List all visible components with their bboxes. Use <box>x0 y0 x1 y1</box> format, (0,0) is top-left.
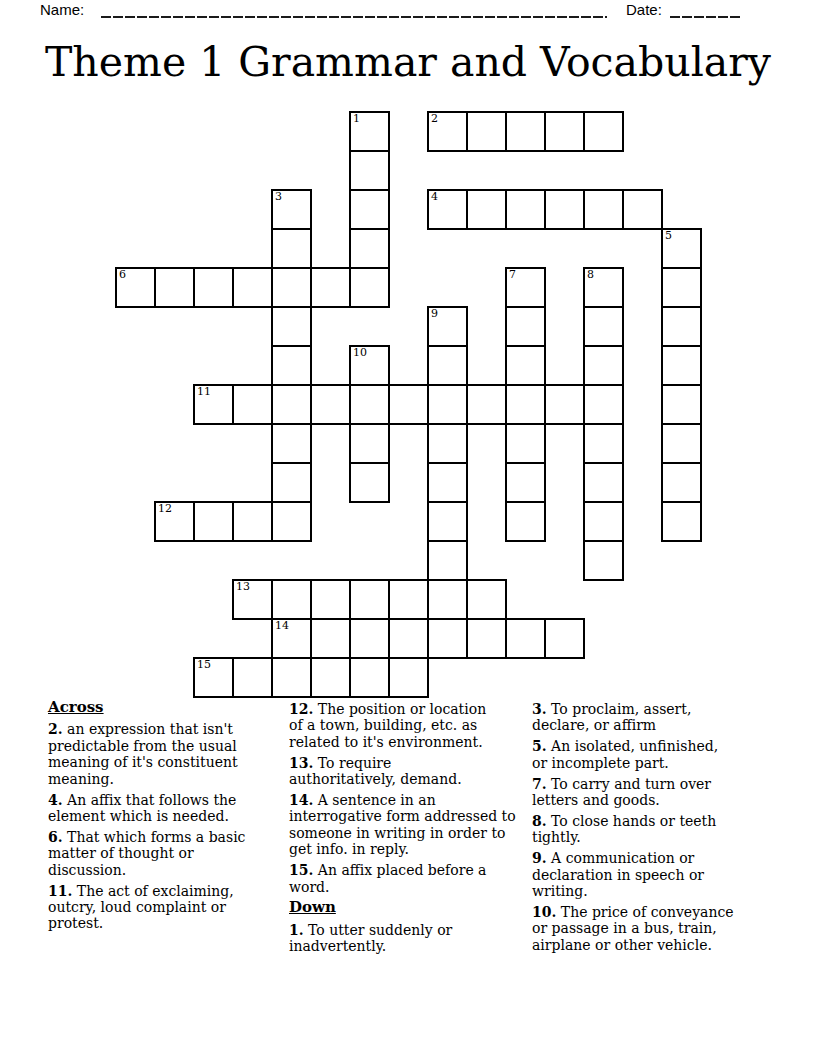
cell-r3-c4[interactable] <box>271 228 312 269</box>
cell-r7-c7[interactable] <box>388 384 429 425</box>
cell-r12-c3[interactable]: 13 <box>232 579 273 620</box>
clue-text: The act of exclaiming, outcry, loud comp… <box>48 883 234 932</box>
cell-r14-c7[interactable] <box>388 657 429 698</box>
clue-7-down: 7. To carry and turn over letters and go… <box>532 776 774 809</box>
cell-r3-c14[interactable]: 5 <box>661 228 702 269</box>
cell-number-6: 6 <box>119 269 126 281</box>
cell-number-13: 13 <box>236 581 250 593</box>
cell-r4-c0[interactable]: 6 <box>115 267 156 308</box>
clue-text: An affix that follows the element which … <box>48 792 236 824</box>
cell-r2-c13[interactable] <box>622 189 663 230</box>
cell-r10-c3[interactable] <box>232 501 273 542</box>
cell-r5-c12[interactable] <box>583 306 624 347</box>
cell-r2-c6[interactable] <box>349 189 390 230</box>
cell-r10-c12[interactable] <box>583 501 624 542</box>
cell-r14-c4[interactable] <box>271 657 312 698</box>
cell-r2-c8[interactable]: 4 <box>427 189 468 230</box>
clue-number: 14. <box>289 792 313 808</box>
cell-r7-c2[interactable]: 11 <box>193 384 234 425</box>
cell-r13-c4[interactable]: 14 <box>271 618 312 659</box>
clue-5-down: 5. An isolated, unfinished, or incomplet… <box>532 738 774 771</box>
cell-r9-c6[interactable] <box>349 462 390 503</box>
clues-column-1: Across2. an expression that isn't predic… <box>48 699 288 936</box>
cell-r12-c7[interactable] <box>388 579 429 620</box>
cell-r10-c10[interactable] <box>505 501 546 542</box>
cell-r0-c8[interactable]: 2 <box>427 111 468 152</box>
cell-r14-c2[interactable]: 15 <box>193 657 234 698</box>
clue-text: To proclaim, assert, declare, or affirm <box>532 701 691 733</box>
cell-r8-c4[interactable] <box>271 423 312 464</box>
clue-15-across: 15. An affix placed before a word. <box>289 862 541 895</box>
cell-r12-c9[interactable] <box>466 579 507 620</box>
cell-r4-c14[interactable] <box>661 267 702 308</box>
cell-r6-c10[interactable] <box>505 345 546 386</box>
cell-r6-c12[interactable] <box>583 345 624 386</box>
cell-r4-c4[interactable] <box>271 267 312 308</box>
cell-r9-c10[interactable] <box>505 462 546 503</box>
clue-text: An isolated, unfinished, or incomplete p… <box>532 738 718 770</box>
across-heading: Across <box>48 699 288 715</box>
cell-r13-c6[interactable] <box>349 618 390 659</box>
clue-number: 4. <box>48 792 63 808</box>
cell-r6-c8[interactable] <box>427 345 468 386</box>
cell-r6-c6[interactable]: 10 <box>349 345 390 386</box>
cell-r5-c4[interactable] <box>271 306 312 347</box>
clues-column-3: 3. To proclaim, assert, declare, or affi… <box>532 701 774 958</box>
clue-text: The position or location of a town, buil… <box>289 701 486 750</box>
cell-r7-c14[interactable] <box>661 384 702 425</box>
cell-r11-c8[interactable] <box>427 540 468 581</box>
clue-12-across: 12. The position or location of a town, … <box>289 701 541 750</box>
cell-r8-c8[interactable] <box>427 423 468 464</box>
clue-text: The price of conveyance or passage in a … <box>532 904 734 953</box>
cell-r10-c1[interactable]: 12 <box>154 501 195 542</box>
clue-number: 13. <box>289 755 313 771</box>
cell-r7-c12[interactable] <box>583 384 624 425</box>
crossword-worksheet: { "game": "crossword", "title": "Theme 1… <box>0 0 816 1056</box>
down-heading: Down <box>289 899 541 915</box>
cell-r6-c14[interactable] <box>661 345 702 386</box>
clue-6-across: 6. That which forms a basic matter of th… <box>48 829 288 878</box>
cell-r13-c7[interactable] <box>388 618 429 659</box>
clue-number: 6. <box>48 829 63 845</box>
crossword-grid: 123456789101112131415 <box>115 111 703 699</box>
cell-r9-c12[interactable] <box>583 462 624 503</box>
cell-r4-c12[interactable]: 8 <box>583 267 624 308</box>
cell-r10-c8[interactable] <box>427 501 468 542</box>
clue-14-across: 14. A sentence in an interrogative form … <box>289 792 541 858</box>
cell-number-9: 9 <box>431 308 438 320</box>
cell-r14-c6[interactable] <box>349 657 390 698</box>
clue-text: To carry and turn over letters and goods… <box>532 776 711 808</box>
cell-r7-c10[interactable] <box>505 384 546 425</box>
clue-number: 7. <box>532 776 547 792</box>
cell-r9-c4[interactable] <box>271 462 312 503</box>
cell-r13-c10[interactable] <box>505 618 546 659</box>
cell-r8-c10[interactable] <box>505 423 546 464</box>
clue-text: To utter suddenly or inadvertently. <box>289 922 452 954</box>
cell-number-1: 1 <box>353 113 360 125</box>
cell-r7-c9[interactable] <box>466 384 507 425</box>
cell-number-3: 3 <box>275 191 282 203</box>
clue-number: 10. <box>532 904 556 920</box>
cell-r12-c4[interactable] <box>271 579 312 620</box>
cell-r13-c9[interactable] <box>466 618 507 659</box>
clue-number: 2. <box>48 721 63 737</box>
clue-11-across: 11. The act of exclaiming, outcry, loud … <box>48 883 288 932</box>
cell-r8-c14[interactable] <box>661 423 702 464</box>
clue-10-down: 10. The price of conveyance or passage i… <box>532 904 774 953</box>
clue-text: A communication or declaration in speech… <box>532 850 704 899</box>
cell-r5-c8[interactable]: 9 <box>427 306 468 347</box>
clue-13-across: 13. To require authoritatively, demand. <box>289 755 541 788</box>
cell-r7-c8[interactable] <box>427 384 468 425</box>
cell-r14-c5[interactable] <box>310 657 351 698</box>
cell-r13-c8[interactable] <box>427 618 468 659</box>
cell-r2-c4[interactable]: 3 <box>271 189 312 230</box>
clue-number: 9. <box>532 850 547 866</box>
clue-3-down: 3. To proclaim, assert, declare, or affi… <box>532 701 774 734</box>
cell-r8-c6[interactable] <box>349 423 390 464</box>
cell-number-4: 4 <box>431 191 438 203</box>
cell-r4-c2[interactable] <box>193 267 234 308</box>
cell-r2-c11[interactable] <box>544 189 585 230</box>
cell-r0-c12[interactable] <box>583 111 624 152</box>
clue-text: That which forms a basic matter of thoug… <box>48 829 245 878</box>
cell-r4-c1[interactable] <box>154 267 195 308</box>
clue-text: To require authoritatively, demand. <box>289 755 462 787</box>
clue-number: 12. <box>289 701 313 717</box>
clue-4-across: 4. An affix that follows the element whi… <box>48 792 288 825</box>
clue-number: 3. <box>532 701 547 717</box>
cell-r0-c11[interactable] <box>544 111 585 152</box>
clue-number: 15. <box>289 862 313 878</box>
cell-r7-c11[interactable] <box>544 384 585 425</box>
clue-number: 11. <box>48 883 72 899</box>
clue-text: To close hands or teeth tightly. <box>532 813 716 845</box>
cell-number-5: 5 <box>665 230 672 242</box>
cell-r4-c6[interactable] <box>349 267 390 308</box>
cell-r12-c8[interactable] <box>427 579 468 620</box>
cell-r4-c3[interactable] <box>232 267 273 308</box>
cell-r7-c5[interactable] <box>310 384 351 425</box>
clue-number: 5. <box>532 738 547 754</box>
cell-r3-c6[interactable] <box>349 228 390 269</box>
cell-r5-c10[interactable] <box>505 306 546 347</box>
clue-text: A sentence in an interrogative form addr… <box>289 792 516 857</box>
cell-number-2: 2 <box>431 113 438 125</box>
cell-number-14: 14 <box>275 620 289 632</box>
cell-r14-c3[interactable] <box>232 657 273 698</box>
cell-r8-c12[interactable] <box>583 423 624 464</box>
clue-8-down: 8. To close hands or teeth tightly. <box>532 813 774 846</box>
clue-number: 8. <box>532 813 547 829</box>
cell-r4-c5[interactable] <box>310 267 351 308</box>
cell-r12-c6[interactable] <box>349 579 390 620</box>
cell-r0-c6[interactable]: 1 <box>349 111 390 152</box>
cell-r7-c3[interactable] <box>232 384 273 425</box>
cell-r11-c12[interactable] <box>583 540 624 581</box>
cell-r10-c2[interactable] <box>193 501 234 542</box>
cell-number-11: 11 <box>197 386 211 398</box>
clue-1-down: 1. To utter suddenly or inadvertently. <box>289 922 541 955</box>
cell-r9-c8[interactable] <box>427 462 468 503</box>
cell-r4-c10[interactable]: 7 <box>505 267 546 308</box>
cell-r13-c5[interactable] <box>310 618 351 659</box>
name-label: Name: <box>40 1 84 18</box>
cell-number-12: 12 <box>158 503 172 515</box>
cell-number-7: 7 <box>509 269 516 281</box>
clues-column-2: 12. The position or location of a town, … <box>289 701 541 959</box>
cell-r9-c14[interactable] <box>661 462 702 503</box>
cell-r0-c10[interactable] <box>505 111 546 152</box>
cell-r12-c5[interactable] <box>310 579 351 620</box>
cell-r0-c9[interactable] <box>466 111 507 152</box>
date-blank-line <box>670 16 740 18</box>
clue-2-across: 2. an expression that isn't predictable … <box>48 721 288 787</box>
cell-number-15: 15 <box>197 659 211 671</box>
cell-r2-c10[interactable] <box>505 189 546 230</box>
name-blank-line <box>101 16 607 18</box>
clue-number: 1. <box>289 922 304 938</box>
cell-r1-c6[interactable] <box>349 150 390 191</box>
clue-9-down: 9. A communication or declaration in spe… <box>532 850 774 899</box>
date-label: Date: <box>626 1 662 18</box>
clue-text: an expression that isn't predictable fro… <box>48 721 238 786</box>
cell-r5-c14[interactable] <box>661 306 702 347</box>
cell-r2-c12[interactable] <box>583 189 624 230</box>
cell-number-10: 10 <box>353 347 367 359</box>
cell-r7-c6[interactable] <box>349 384 390 425</box>
cell-number-8: 8 <box>587 269 594 281</box>
cell-r2-c9[interactable] <box>466 189 507 230</box>
cell-r10-c14[interactable] <box>661 501 702 542</box>
clue-text: An affix placed before a word. <box>289 862 486 894</box>
cell-r6-c4[interactable] <box>271 345 312 386</box>
cell-r7-c4[interactable] <box>271 384 312 425</box>
cell-r13-c11[interactable] <box>544 618 585 659</box>
page-title: Theme 1 Grammar and Vocabulary <box>0 38 816 86</box>
cell-r10-c4[interactable] <box>271 501 312 542</box>
